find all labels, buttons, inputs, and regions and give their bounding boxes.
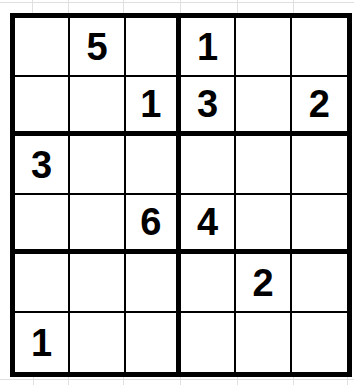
- spreadsheet-gridline-vertical: [293, 0, 294, 13]
- cell-r1c5[interactable]: [236, 18, 291, 77]
- spreadsheet-gridline-vertical: [237, 377, 238, 385]
- cell-r6c1[interactable]: 1: [15, 313, 70, 372]
- cell-r5c6[interactable]: [292, 254, 347, 313]
- cell-r5c5[interactable]: 2: [236, 254, 291, 313]
- cell-r5c1[interactable]: [15, 254, 70, 313]
- cell-r6c6[interactable]: [292, 313, 347, 372]
- cell-r4c1[interactable]: [15, 195, 70, 254]
- spreadsheet-gridline-vertical: [347, 377, 348, 385]
- spreadsheet-gridline-vertical: [237, 0, 238, 13]
- cell-r4c6[interactable]: [292, 195, 347, 254]
- cell-r3c5[interactable]: [236, 136, 291, 195]
- cell-r6c3[interactable]: [126, 313, 181, 372]
- sudoku-board: 5 1 1 3 2 3 6 4 2 1: [10, 13, 352, 377]
- cell-r4c3[interactable]: 6: [126, 195, 181, 254]
- spreadsheet-gridline-vertical: [123, 377, 124, 385]
- cell-r6c4[interactable]: [181, 313, 236, 372]
- spreadsheet-gridline-horizontal-top: [0, 2, 354, 3]
- cell-r4c2[interactable]: [70, 195, 125, 254]
- cell-r5c2[interactable]: [70, 254, 125, 313]
- cell-r5c4[interactable]: [181, 254, 236, 313]
- cell-r2c3[interactable]: 1: [126, 77, 181, 136]
- cell-r3c6[interactable]: [292, 136, 347, 195]
- cell-r1c2[interactable]: 5: [70, 18, 125, 77]
- cell-r2c5[interactable]: [236, 77, 291, 136]
- cell-r3c3[interactable]: [126, 136, 181, 195]
- spreadsheet-gridline-vertical: [68, 377, 69, 385]
- spreadsheet-gridline-vertical: [123, 0, 124, 13]
- cell-r3c4[interactable]: [181, 136, 236, 195]
- cell-r4c5[interactable]: [236, 195, 291, 254]
- cell-r1c6[interactable]: [292, 18, 347, 77]
- spreadsheet-gridline-vertical: [180, 0, 181, 13]
- cell-r1c3[interactable]: [126, 18, 181, 77]
- cell-r3c1[interactable]: 3: [15, 136, 70, 195]
- spreadsheet-gridline-vertical: [32, 0, 33, 13]
- spreadsheet-gridline-vertical: [293, 377, 294, 385]
- spreadsheet-gridline-vertical: [180, 377, 181, 385]
- spreadsheet-gridline-horizontal-bottom: [0, 379, 354, 380]
- spreadsheet-gridline-vertical: [68, 0, 69, 13]
- cell-r2c6[interactable]: 2: [292, 77, 347, 136]
- cell-r4c4[interactable]: 4: [181, 195, 236, 254]
- cell-r5c3[interactable]: [126, 254, 181, 313]
- cell-r2c1[interactable]: [15, 77, 70, 136]
- cell-r6c2[interactable]: [70, 313, 125, 372]
- cell-r3c2[interactable]: [70, 136, 125, 195]
- cell-r1c1[interactable]: [15, 18, 70, 77]
- cell-r2c4[interactable]: 3: [181, 77, 236, 136]
- cell-r1c4[interactable]: 1: [181, 18, 236, 77]
- spreadsheet-gridline-vertical: [33, 377, 34, 385]
- cell-r2c2[interactable]: [70, 77, 125, 136]
- cell-r6c5[interactable]: [236, 313, 291, 372]
